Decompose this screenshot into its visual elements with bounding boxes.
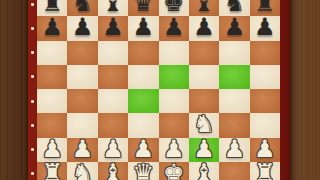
square-a1[interactable]: ♜ (37, 162, 67, 180)
white-bishop-c1[interactable]: ♝ (98, 161, 128, 180)
square-b5[interactable] (67, 65, 97, 89)
square-a6[interactable] (37, 41, 67, 65)
square-g2[interactable]: ♟ (219, 138, 249, 162)
square-b6[interactable] (67, 41, 97, 65)
square-b7[interactable]: ♟ (67, 16, 97, 40)
square-a4[interactable] (37, 89, 67, 113)
square-h1[interactable]: ♜ (250, 162, 280, 180)
chessboard: ♜♞♝♛♚♝♞♜♟♟♟♟♟♟♟♟♞♟♟♟♟♟♟♟♟♜♞♝♛♚♝♜ (37, 0, 280, 180)
black-pawn-a7[interactable]: ♟ (37, 16, 67, 40)
square-g3[interactable] (219, 113, 249, 137)
white-queen-d1[interactable]: ♛ (128, 161, 158, 180)
white-king-e1[interactable]: ♚ (159, 161, 189, 180)
square-c3[interactable] (98, 113, 128, 137)
black-pawn-b7[interactable]: ♟ (67, 16, 97, 40)
white-pawn-e2[interactable]: ♟ (159, 137, 189, 161)
rank-label-2 (31, 148, 34, 151)
rank-label-4 (31, 100, 34, 103)
rank-label-3 (31, 124, 34, 127)
square-a2[interactable]: ♟ (37, 138, 67, 162)
white-rook-h1[interactable]: ♜ (250, 161, 280, 180)
square-g4[interactable] (219, 89, 249, 113)
square-f5[interactable] (189, 65, 219, 89)
square-b3[interactable] (67, 113, 97, 137)
square-d5[interactable] (128, 65, 158, 89)
square-h6[interactable] (250, 41, 280, 65)
square-f2[interactable]: ♟ (189, 138, 219, 162)
rank-label-7 (31, 27, 34, 30)
square-c4[interactable] (98, 89, 128, 113)
white-pawn-b2[interactable]: ♟ (67, 137, 97, 161)
rank-label-1 (31, 172, 34, 175)
square-h2[interactable]: ♟ (250, 138, 280, 162)
square-e6[interactable] (159, 41, 189, 65)
white-pawn-f2[interactable]: ♟ (189, 137, 219, 161)
square-d4[interactable] (128, 89, 158, 113)
square-c1[interactable]: ♝ (98, 162, 128, 180)
square-c7[interactable]: ♟ (98, 16, 128, 40)
chess-board-view: ♜♞♝♛♚♝♞♜♟♟♟♟♟♟♟♟♞♟♟♟♟♟♟♟♟♜♞♝♛♚♝♜ (0, 0, 320, 180)
square-a7[interactable]: ♟ (37, 16, 67, 40)
rank-label-6 (31, 51, 34, 54)
board-frame: ♜♞♝♛♚♝♞♜♟♟♟♟♟♟♟♟♞♟♟♟♟♟♟♟♟♜♞♝♛♚♝♜ (28, 0, 290, 180)
rank-label-8 (31, 3, 34, 6)
square-c2[interactable]: ♟ (98, 138, 128, 162)
black-pawn-e7[interactable]: ♟ (159, 16, 189, 40)
square-f6[interactable] (189, 41, 219, 65)
black-pawn-g7[interactable]: ♟ (219, 16, 249, 40)
white-pawn-a2[interactable]: ♟ (37, 137, 67, 161)
square-e1[interactable]: ♚ (159, 162, 189, 180)
white-pawn-c2[interactable]: ♟ (98, 137, 128, 161)
black-pawn-c7[interactable]: ♟ (98, 16, 128, 40)
black-pawn-f7[interactable]: ♟ (189, 16, 219, 40)
black-pawn-d7[interactable]: ♟ (128, 16, 158, 40)
rank-label-5 (31, 75, 34, 78)
square-b1[interactable]: ♞ (67, 162, 97, 180)
square-h7[interactable]: ♟ (250, 16, 280, 40)
square-d1[interactable]: ♛ (128, 162, 158, 180)
black-pawn-h7[interactable]: ♟ (250, 16, 280, 40)
square-e3[interactable] (159, 113, 189, 137)
square-g1[interactable] (219, 162, 249, 180)
square-d3[interactable] (128, 113, 158, 137)
square-h4[interactable] (250, 89, 280, 113)
square-g5[interactable] (219, 65, 249, 89)
square-a5[interactable] (37, 65, 67, 89)
square-f1[interactable]: ♝ (189, 162, 219, 180)
square-c6[interactable] (98, 41, 128, 65)
white-knight-b1[interactable]: ♞ (67, 161, 97, 180)
square-e7[interactable]: ♟ (159, 16, 189, 40)
square-c5[interactable] (98, 65, 128, 89)
white-bishop-f1[interactable]: ♝ (189, 161, 219, 180)
square-f4[interactable] (189, 89, 219, 113)
square-h5[interactable] (250, 65, 280, 89)
white-knight-f3[interactable]: ♞ (189, 113, 219, 137)
square-b2[interactable]: ♟ (67, 138, 97, 162)
square-g7[interactable]: ♟ (219, 16, 249, 40)
square-h3[interactable] (250, 113, 280, 137)
square-g6[interactable] (219, 41, 249, 65)
square-e4[interactable] (159, 89, 189, 113)
square-e2[interactable]: ♟ (159, 138, 189, 162)
square-b4[interactable] (67, 89, 97, 113)
square-f7[interactable]: ♟ (189, 16, 219, 40)
square-d6[interactable] (128, 41, 158, 65)
white-pawn-g2[interactable]: ♟ (219, 137, 249, 161)
square-d2[interactable]: ♟ (128, 138, 158, 162)
square-e5[interactable] (159, 65, 189, 89)
square-f3[interactable]: ♞ (189, 113, 219, 137)
square-a3[interactable] (37, 113, 67, 137)
white-pawn-h2[interactable]: ♟ (250, 137, 280, 161)
square-d7[interactable]: ♟ (128, 16, 158, 40)
white-pawn-d2[interactable]: ♟ (128, 137, 158, 161)
white-rook-a1[interactable]: ♜ (37, 161, 67, 180)
